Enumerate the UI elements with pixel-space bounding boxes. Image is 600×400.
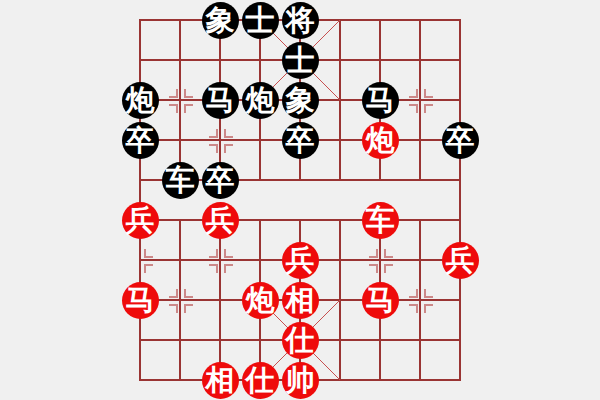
point-marker xyxy=(200,120,240,160)
point-marker-corner xyxy=(369,249,378,258)
piece-red-elephant[interactable]: 相 xyxy=(282,282,319,319)
piece-red-cannon[interactable]: 炮 xyxy=(242,282,279,319)
point-marker-corner xyxy=(144,264,153,273)
piece-red-soldier[interactable]: 兵 xyxy=(442,242,479,279)
piece-black-elephant[interactable]: 象 xyxy=(282,82,319,119)
point-marker xyxy=(120,240,160,280)
piece-black-soldier[interactable]: 卒 xyxy=(442,122,479,159)
piece-black-cannon[interactable]: 炮 xyxy=(122,82,159,119)
point-marker-corner xyxy=(169,104,178,113)
point-marker-corner xyxy=(224,249,233,258)
point-marker-corner xyxy=(224,144,233,153)
point-marker xyxy=(360,240,400,280)
piece-black-general[interactable]: 将 xyxy=(282,2,319,39)
piece-black-advisor[interactable]: 士 xyxy=(282,42,319,79)
point-marker-corner xyxy=(424,89,433,98)
point-marker-corner xyxy=(209,249,218,258)
point-marker-corner xyxy=(224,129,233,138)
piece-black-elephant[interactable]: 象 xyxy=(202,2,239,39)
point-marker-corner xyxy=(424,304,433,313)
point-marker-corner xyxy=(209,264,218,273)
point-marker xyxy=(160,280,200,320)
point-marker-corner xyxy=(384,249,393,258)
piece-red-soldier[interactable]: 兵 xyxy=(202,202,239,239)
point-marker-corner xyxy=(209,144,218,153)
piece-black-soldier[interactable]: 卒 xyxy=(282,122,319,159)
piece-red-cannon[interactable]: 炮 xyxy=(362,122,399,159)
point-marker-corner xyxy=(169,289,178,298)
point-marker-corner xyxy=(209,129,218,138)
piece-red-soldier[interactable]: 兵 xyxy=(122,202,159,239)
point-marker xyxy=(400,280,440,320)
piece-red-advisor[interactable]: 仕 xyxy=(282,322,319,359)
point-marker xyxy=(200,240,240,280)
point-marker-corner xyxy=(184,104,193,113)
point-marker-corner xyxy=(384,264,393,273)
point-marker-corner xyxy=(409,89,418,98)
point-marker-corner xyxy=(409,104,418,113)
board-grid[interactable]: 象士将士炮马炮象马卒卒炮卒车卒兵兵车兵兵马炮相马仕相仕帅 xyxy=(120,0,480,400)
point-marker xyxy=(400,80,440,120)
piece-black-soldier[interactable]: 卒 xyxy=(122,122,159,159)
piece-black-cannon[interactable]: 炮 xyxy=(242,82,279,119)
point-marker-corner xyxy=(424,104,433,113)
point-marker-corner xyxy=(169,89,178,98)
piece-black-soldier[interactable]: 卒 xyxy=(202,162,239,199)
point-marker-corner xyxy=(184,289,193,298)
piece-red-elephant[interactable]: 相 xyxy=(202,362,239,399)
point-marker-corner xyxy=(224,264,233,273)
piece-red-chariot[interactable]: 车 xyxy=(362,202,399,239)
piece-red-advisor[interactable]: 仕 xyxy=(242,362,279,399)
point-marker xyxy=(160,80,200,120)
point-marker-corner xyxy=(424,289,433,298)
piece-black-advisor[interactable]: 士 xyxy=(242,2,279,39)
point-marker-corner xyxy=(409,289,418,298)
piece-red-horse[interactable]: 马 xyxy=(362,282,399,319)
piece-red-horse[interactable]: 马 xyxy=(122,282,159,319)
piece-red-general[interactable]: 帅 xyxy=(282,362,319,399)
point-marker-corner xyxy=(184,304,193,313)
point-marker-corner xyxy=(409,304,418,313)
point-marker-corner xyxy=(184,89,193,98)
piece-red-soldier[interactable]: 兵 xyxy=(282,242,319,279)
point-marker-corner xyxy=(369,264,378,273)
piece-black-horse[interactable]: 马 xyxy=(362,82,399,119)
point-marker-corner xyxy=(144,249,153,258)
piece-black-horse[interactable]: 马 xyxy=(202,82,239,119)
piece-black-chariot[interactable]: 车 xyxy=(162,162,199,199)
xiangqi-board: 象士将士炮马炮象马卒卒炮卒车卒兵兵车兵兵马炮相马仕相仕帅 xyxy=(0,0,600,400)
point-marker-corner xyxy=(169,304,178,313)
